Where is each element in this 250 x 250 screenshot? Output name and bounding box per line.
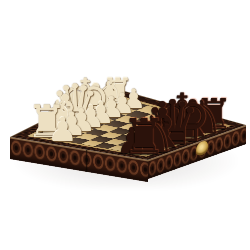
piece-white-pawn: ♟ — [48, 112, 78, 145]
piece-black-rook: ♜ — [122, 113, 167, 163]
edge-fold-seam — [86, 150, 87, 172]
chess-set-product-photo: ♜♞♝♛♚♝♞♜♟♟♟♟♟♟♟♟♟♟♟♟♟♟♟♟♜♞♝♛♚♝♞♜ — [0, 0, 250, 250]
